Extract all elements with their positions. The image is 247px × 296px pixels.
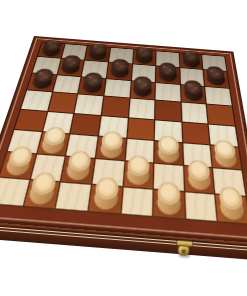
square-e7[interactable] — [123, 162, 153, 188]
square-h2[interactable] — [204, 70, 229, 88]
dark-checker-piece[interactable] — [81, 79, 102, 95]
square-h8[interactable] — [216, 194, 247, 223]
clasp-hasp — [177, 245, 190, 256]
square-a4[interactable] — [21, 90, 51, 110]
dark-checker-piece[interactable] — [159, 68, 178, 83]
light-checker-piece[interactable] — [214, 148, 238, 169]
product-photo — [0, 0, 247, 296]
square-c1[interactable] — [85, 46, 110, 62]
square-b2[interactable] — [57, 59, 84, 76]
light-checker-piece[interactable] — [187, 169, 211, 192]
square-c3[interactable] — [79, 77, 106, 96]
square-a7[interactable] — [0, 152, 35, 178]
square-b6[interactable] — [37, 132, 69, 156]
square-g5[interactable] — [182, 122, 210, 144]
dark-checker-piece[interactable] — [133, 83, 153, 99]
dark-checker-piece[interactable] — [60, 61, 81, 76]
square-h3[interactable] — [205, 87, 231, 106]
checkers-board — [0, 36, 247, 244]
square-c5[interactable] — [71, 114, 101, 136]
square-b4[interactable] — [48, 92, 77, 112]
square-e3[interactable] — [130, 81, 155, 100]
square-h4[interactable] — [207, 105, 234, 125]
square-d6[interactable] — [96, 137, 126, 161]
light-checker-piece[interactable] — [99, 139, 123, 160]
square-a1[interactable] — [38, 42, 64, 58]
light-checker-piece[interactable] — [27, 182, 56, 207]
square-f4[interactable] — [155, 101, 181, 121]
dark-checker-piece[interactable] — [30, 75, 53, 91]
square-d8[interactable] — [89, 185, 122, 214]
dark-checker-piece[interactable] — [135, 51, 153, 65]
dark-checker-piece[interactable] — [40, 44, 61, 58]
light-checker-piece[interactable] — [65, 159, 91, 182]
light-checker-piece[interactable] — [219, 197, 246, 223]
light-checker-piece[interactable] — [158, 143, 180, 164]
square-c4[interactable] — [75, 95, 103, 115]
square-f6[interactable] — [155, 141, 183, 165]
square-f8[interactable] — [154, 189, 185, 218]
dark-checker-piece[interactable] — [109, 64, 129, 79]
square-d3[interactable] — [104, 79, 130, 98]
brass-clasp-icon — [174, 240, 195, 258]
checkers-board-scene — [20, 36, 234, 234]
square-b3[interactable] — [53, 75, 81, 93]
light-checker-piece[interactable] — [92, 187, 118, 212]
square-e5[interactable] — [127, 118, 154, 140]
square-d4[interactable] — [102, 97, 129, 117]
square-g3[interactable] — [181, 85, 206, 104]
light-checker-piece[interactable] — [40, 134, 66, 155]
square-b8[interactable] — [24, 180, 60, 209]
square-h6[interactable] — [211, 145, 241, 169]
square-f3[interactable] — [156, 83, 181, 102]
light-checker-piece[interactable] — [157, 192, 181, 217]
square-g8[interactable] — [185, 192, 217, 221]
dark-checker-piece[interactable] — [88, 47, 108, 61]
square-e8[interactable] — [121, 187, 153, 216]
square-a3[interactable] — [27, 73, 56, 91]
light-checker-piece[interactable] — [126, 164, 150, 187]
dark-checker-piece[interactable] — [183, 87, 203, 103]
square-f2[interactable] — [156, 66, 180, 83]
square-a5[interactable] — [15, 109, 47, 131]
light-checker-piece[interactable] — [3, 155, 32, 178]
square-d2[interactable] — [107, 63, 132, 80]
board-grid — [0, 42, 247, 226]
square-g7[interactable] — [184, 166, 214, 193]
dark-checker-piece[interactable] — [206, 72, 226, 87]
square-g4[interactable] — [181, 103, 207, 123]
square-c7[interactable] — [61, 157, 94, 183]
square-e1[interactable] — [133, 50, 156, 66]
square-e4[interactable] — [129, 99, 155, 119]
dark-checker-piece[interactable] — [182, 55, 200, 69]
square-g1[interactable] — [180, 53, 203, 69]
square-c8[interactable] — [56, 182, 91, 211]
